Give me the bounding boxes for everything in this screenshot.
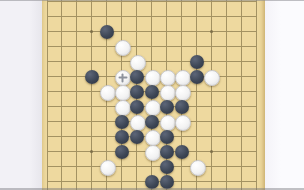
white-stone[interactable] <box>190 160 206 176</box>
black-stone[interactable] <box>130 85 144 99</box>
black-stone[interactable] <box>145 175 159 189</box>
white-stone[interactable] <box>160 70 176 86</box>
white-stone[interactable] <box>175 70 191 86</box>
white-stone[interactable] <box>100 85 116 101</box>
black-stone[interactable] <box>175 100 189 114</box>
top-frame-edge <box>0 0 304 1</box>
star-point <box>90 150 93 153</box>
bottom-frame-edge <box>0 188 304 190</box>
black-stone[interactable] <box>160 160 174 174</box>
white-stone[interactable] <box>175 115 191 131</box>
black-stone[interactable] <box>145 85 159 99</box>
grid-line-horizontal <box>47 31 257 32</box>
black-stone[interactable] <box>130 100 144 114</box>
black-stone[interactable] <box>115 115 129 129</box>
grid-line-vertical <box>256 0 257 190</box>
black-stone[interactable] <box>130 70 144 84</box>
black-stone[interactable] <box>115 145 129 159</box>
white-stone[interactable] <box>175 85 191 101</box>
white-stone[interactable] <box>204 70 220 86</box>
black-stone[interactable] <box>160 130 174 144</box>
grid-line-horizontal <box>47 46 257 47</box>
white-stone[interactable] <box>130 115 146 131</box>
white-stone[interactable] <box>145 130 161 146</box>
grid-line-horizontal <box>47 61 257 62</box>
black-stone[interactable] <box>100 25 114 39</box>
black-stone[interactable] <box>160 145 174 159</box>
black-stone[interactable] <box>190 55 204 69</box>
black-stone[interactable] <box>160 100 174 114</box>
grid-line-vertical <box>76 0 77 190</box>
black-stone[interactable] <box>115 130 129 144</box>
white-stone[interactable] <box>100 160 116 176</box>
white-stone[interactable] <box>145 70 161 86</box>
grid-line-vertical <box>226 0 227 190</box>
gomoku-screenshot <box>0 0 304 190</box>
grid-line-horizontal <box>47 166 257 167</box>
right-margin-band <box>265 0 304 190</box>
black-stone[interactable] <box>145 115 159 129</box>
grid-line-horizontal <box>47 16 257 17</box>
white-stone[interactable] <box>130 55 146 71</box>
grid-line-vertical <box>211 0 212 190</box>
black-stone[interactable] <box>190 70 204 84</box>
black-stone[interactable] <box>130 130 144 144</box>
star-point <box>210 30 213 33</box>
star-point <box>210 150 213 153</box>
white-stone[interactable] <box>115 100 131 116</box>
gomoku-board[interactable] <box>42 0 265 190</box>
black-stone[interactable] <box>85 70 99 84</box>
black-stone[interactable] <box>175 145 189 159</box>
grid-line-vertical <box>241 0 242 190</box>
black-stone[interactable] <box>160 175 174 189</box>
white-stone[interactable] <box>145 100 161 116</box>
left-margin-band <box>0 0 42 190</box>
white-stone[interactable] <box>160 115 176 131</box>
grid-line-vertical <box>47 0 48 190</box>
grid-line-vertical <box>91 0 92 190</box>
white-stone[interactable] <box>145 145 161 161</box>
white-stone[interactable] <box>160 85 176 101</box>
white-stone[interactable] <box>115 85 131 101</box>
white-stone[interactable] <box>115 40 131 56</box>
grid-line-vertical <box>61 0 62 190</box>
star-point <box>90 30 93 33</box>
grid-line-horizontal <box>47 1 257 2</box>
move-cursor-icon <box>118 73 127 82</box>
white-stone[interactable] <box>115 70 131 86</box>
